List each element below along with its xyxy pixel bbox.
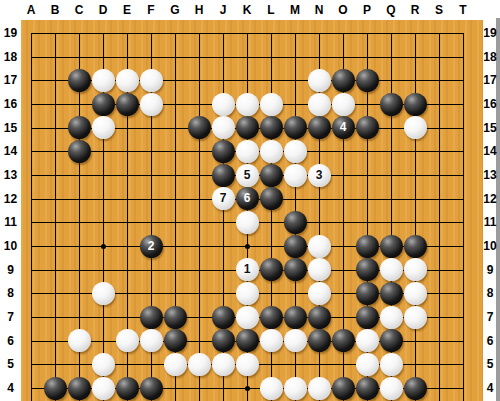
white-stone-M14	[284, 140, 307, 163]
row-label-right-4: 4	[483, 378, 497, 398]
white-stone-D8	[92, 282, 115, 305]
row-label-right-13: 13	[483, 165, 497, 185]
row-label-right-17: 17	[483, 70, 497, 90]
white-stone-R9	[404, 258, 427, 281]
row-label-left-15: 15	[0, 118, 21, 138]
star-point	[245, 386, 250, 391]
white-stone-Q9	[380, 258, 403, 281]
black-stone-L9	[260, 258, 283, 281]
row-label-left-7: 7	[0, 307, 21, 327]
move-number-K13: 5	[244, 168, 251, 182]
white-stone-Q4	[380, 377, 403, 400]
row-label-left-9: 9	[0, 260, 21, 280]
white-stone-Q5	[380, 353, 403, 376]
row-label-left-11: 11	[0, 212, 21, 232]
move-number-N13: 3	[316, 168, 323, 182]
black-stone-C4	[68, 377, 91, 400]
grid-vline	[439, 33, 440, 401]
star-point	[245, 244, 250, 249]
black-stone-E16	[116, 93, 139, 116]
white-stone-M4	[284, 377, 307, 400]
black-stone-P17	[356, 69, 379, 92]
black-stone-L7	[260, 306, 283, 329]
row-label-right-11: 11	[483, 212, 497, 232]
go-board-app: ABCDEFGHJKLMNOPQRST191918181717161615151…	[0, 0, 500, 401]
grid-vline	[415, 33, 416, 401]
black-stone-P15	[356, 116, 379, 139]
black-stone-R10	[404, 235, 427, 258]
move-number-F10: 2	[148, 239, 155, 253]
white-stone-K14	[236, 140, 259, 163]
white-stone-P6	[356, 329, 379, 352]
black-stone-J13	[212, 164, 235, 187]
black-stone-O4	[332, 377, 355, 400]
black-stone-B4	[44, 377, 67, 400]
black-stone-F4	[140, 377, 163, 400]
column-label-A: A	[19, 0, 43, 20]
black-stone-K12: 6	[236, 187, 259, 210]
black-stone-L13	[260, 164, 283, 187]
white-stone-L6	[260, 329, 283, 352]
grid-vline	[199, 33, 200, 401]
white-stone-J5	[212, 353, 235, 376]
star-point	[101, 244, 106, 249]
row-label-left-18: 18	[0, 47, 21, 67]
column-label-N: N	[307, 0, 331, 20]
white-stone-K5	[236, 353, 259, 376]
black-stone-F7	[140, 306, 163, 329]
row-label-right-12: 12	[483, 189, 497, 209]
white-stone-O16	[332, 93, 355, 116]
white-stone-K9: 1	[236, 258, 259, 281]
row-label-left-19: 19	[0, 23, 21, 43]
column-label-P: P	[355, 0, 379, 20]
white-stone-N16	[308, 93, 331, 116]
white-stone-L16	[260, 93, 283, 116]
white-stone-D15	[92, 116, 115, 139]
black-stone-M11	[284, 211, 307, 234]
white-stone-N10	[308, 235, 331, 258]
row-label-left-14: 14	[0, 141, 21, 161]
black-stone-L15	[260, 116, 283, 139]
black-stone-P4	[356, 377, 379, 400]
column-label-Q: Q	[379, 0, 403, 20]
white-stone-F6	[140, 329, 163, 352]
black-stone-J7	[212, 306, 235, 329]
row-label-left-4: 4	[0, 378, 21, 398]
row-label-right-18: 18	[483, 47, 497, 67]
black-stone-G6	[164, 329, 187, 352]
row-label-left-5: 5	[0, 354, 21, 374]
black-stone-M10	[284, 235, 307, 258]
grid-vline	[55, 33, 56, 401]
white-stone-J15	[212, 116, 235, 139]
column-label-T: T	[451, 0, 475, 20]
black-stone-G7	[164, 306, 187, 329]
black-stone-M9	[284, 258, 307, 281]
black-stone-N7	[308, 306, 331, 329]
white-stone-Q7	[380, 306, 403, 329]
white-stone-J16	[212, 93, 235, 116]
grid-hline	[31, 33, 464, 34]
row-label-left-12: 12	[0, 189, 21, 209]
row-label-right-14: 14	[483, 141, 497, 161]
row-label-right-19: 19	[483, 23, 497, 43]
black-stone-M15	[284, 116, 307, 139]
grid-vline	[31, 33, 32, 401]
black-stone-O17	[332, 69, 355, 92]
black-stone-F10: 2	[140, 235, 163, 258]
white-stone-E17	[116, 69, 139, 92]
black-stone-R16	[404, 93, 427, 116]
white-stone-D5	[92, 353, 115, 376]
white-stone-N4	[308, 377, 331, 400]
row-label-left-16: 16	[0, 94, 21, 114]
black-stone-Q8	[380, 282, 403, 305]
row-label-left-13: 13	[0, 165, 21, 185]
black-stone-K6	[236, 329, 259, 352]
column-label-S: S	[427, 0, 451, 20]
black-stone-Q16	[380, 93, 403, 116]
row-label-right-7: 7	[483, 307, 497, 327]
black-stone-E4	[116, 377, 139, 400]
black-stone-M7	[284, 306, 307, 329]
white-stone-L4	[260, 377, 283, 400]
row-label-left-8: 8	[0, 283, 21, 303]
white-stone-E6	[116, 329, 139, 352]
row-label-right-5: 5	[483, 354, 497, 374]
white-stone-K7	[236, 306, 259, 329]
white-stone-N8	[308, 282, 331, 305]
column-label-K: K	[235, 0, 259, 20]
black-stone-J14	[212, 140, 235, 163]
white-stone-C6	[68, 329, 91, 352]
black-stone-P10	[356, 235, 379, 258]
column-label-H: H	[187, 0, 211, 20]
black-stone-O15: 4	[332, 116, 355, 139]
column-label-E: E	[115, 0, 139, 20]
black-stone-P7	[356, 306, 379, 329]
column-label-M: M	[283, 0, 307, 20]
black-stone-O6	[332, 329, 355, 352]
white-stone-M13	[284, 164, 307, 187]
row-label-right-6: 6	[483, 331, 497, 351]
black-stone-C14	[68, 140, 91, 163]
white-stone-R7	[404, 306, 427, 329]
move-number-K12: 6	[244, 191, 251, 205]
grid-hline	[31, 57, 464, 58]
column-label-L: L	[259, 0, 283, 20]
row-label-left-17: 17	[0, 70, 21, 90]
move-number-J12: 7	[220, 191, 227, 205]
black-stone-N15	[308, 116, 331, 139]
row-label-left-10: 10	[0, 236, 21, 256]
column-label-G: G	[163, 0, 187, 20]
column-label-F: F	[139, 0, 163, 20]
white-stone-G5	[164, 353, 187, 376]
black-stone-C17	[68, 69, 91, 92]
row-label-right-8: 8	[483, 283, 497, 303]
grid-vline	[463, 33, 464, 401]
white-stone-N17	[308, 69, 331, 92]
white-stone-K8	[236, 282, 259, 305]
white-stone-D4	[92, 377, 115, 400]
column-label-D: D	[91, 0, 115, 20]
white-stone-K11	[236, 211, 259, 234]
white-stone-F17	[140, 69, 163, 92]
column-label-R: R	[403, 0, 427, 20]
row-label-left-6: 6	[0, 331, 21, 351]
move-number-O15: 4	[340, 120, 347, 134]
black-stone-Q6	[380, 329, 403, 352]
row-label-right-16: 16	[483, 94, 497, 114]
black-stone-H15	[188, 116, 211, 139]
black-stone-R4	[404, 377, 427, 400]
white-stone-J12: 7	[212, 187, 235, 210]
white-stone-K13: 5	[236, 164, 259, 187]
white-stone-F16	[140, 93, 163, 116]
row-label-right-9: 9	[483, 260, 497, 280]
white-stone-D17	[92, 69, 115, 92]
column-label-O: O	[331, 0, 355, 20]
black-stone-Q10	[380, 235, 403, 258]
white-stone-N13: 3	[308, 164, 331, 187]
white-stone-L14	[260, 140, 283, 163]
column-label-J: J	[211, 0, 235, 20]
white-stone-H5	[188, 353, 211, 376]
column-label-B: B	[43, 0, 67, 20]
white-stone-N9	[308, 258, 331, 281]
white-stone-K16	[236, 93, 259, 116]
row-label-right-10: 10	[483, 236, 497, 256]
black-stone-L12	[260, 187, 283, 210]
black-stone-C15	[68, 116, 91, 139]
column-label-C: C	[67, 0, 91, 20]
black-stone-P8	[356, 282, 379, 305]
black-stone-N6	[308, 329, 331, 352]
white-stone-R8	[404, 282, 427, 305]
black-stone-D16	[92, 93, 115, 116]
black-stone-P9	[356, 258, 379, 281]
row-label-right-15: 15	[483, 118, 497, 138]
move-number-K9: 1	[244, 262, 251, 276]
white-stone-P5	[356, 353, 379, 376]
black-stone-K15	[236, 116, 259, 139]
white-stone-R15	[404, 116, 427, 139]
black-stone-J6	[212, 329, 235, 352]
white-stone-M6	[284, 329, 307, 352]
